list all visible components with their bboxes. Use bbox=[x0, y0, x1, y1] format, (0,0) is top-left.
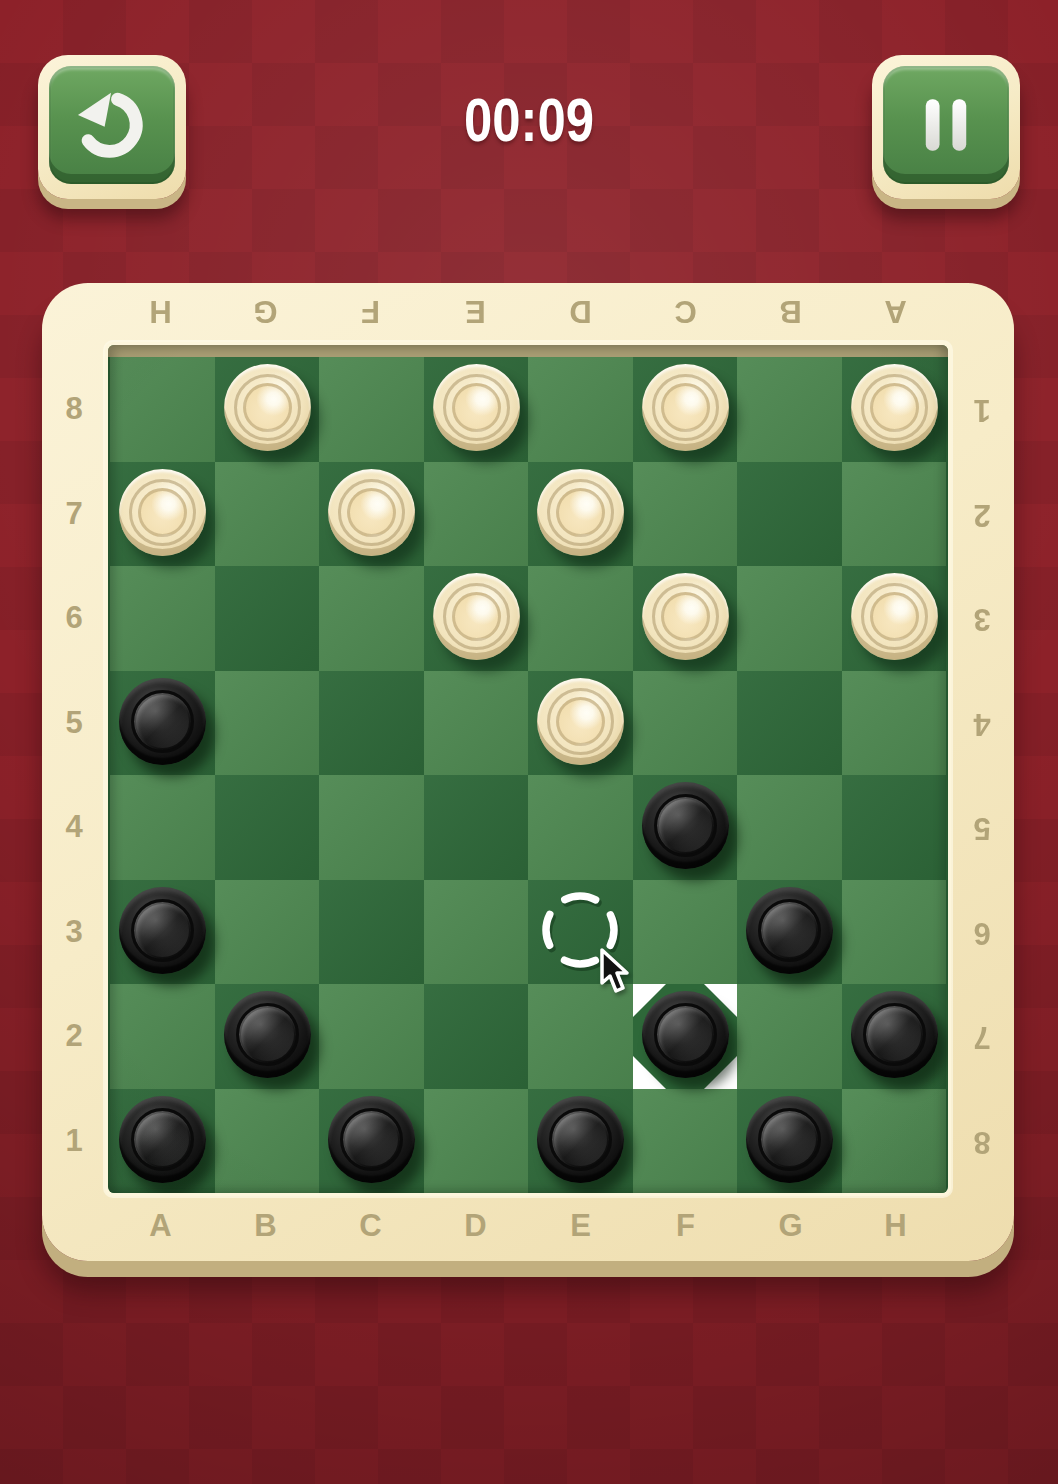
white-checker-H6[interactable] bbox=[851, 573, 938, 660]
file-label-bottom-H: H bbox=[843, 1195, 948, 1257]
square-G2[interactable] bbox=[737, 984, 842, 1089]
square-D2[interactable] bbox=[424, 984, 529, 1089]
white-checker-C7[interactable] bbox=[328, 469, 415, 556]
square-C4[interactable] bbox=[319, 775, 424, 880]
square-E8[interactable] bbox=[528, 357, 633, 462]
square-D4[interactable] bbox=[424, 775, 529, 880]
file-label-bottom-G: G bbox=[738, 1195, 843, 1257]
pause-icon bbox=[900, 79, 992, 171]
square-D5[interactable] bbox=[424, 671, 529, 776]
white-checker-A7[interactable] bbox=[119, 469, 206, 556]
square-G6[interactable] bbox=[737, 566, 842, 671]
square-A4[interactable] bbox=[110, 775, 215, 880]
game-timer: 00:09 bbox=[95, 84, 963, 155]
white-checker-E5[interactable] bbox=[537, 678, 624, 765]
square-F4[interactable] bbox=[633, 775, 738, 880]
board-top-shadow bbox=[108, 345, 948, 357]
rank-label-left-1: 1 bbox=[42, 1089, 106, 1194]
file-label-top-G: G bbox=[213, 289, 318, 333]
square-B3[interactable] bbox=[215, 880, 320, 985]
square-B4[interactable] bbox=[215, 775, 320, 880]
square-E5[interactable] bbox=[528, 671, 633, 776]
square-H1[interactable] bbox=[842, 1089, 947, 1194]
black-checker-F4[interactable] bbox=[642, 782, 729, 869]
square-H8[interactable] bbox=[842, 357, 947, 462]
rank-label-right-2: 2 bbox=[950, 462, 1014, 567]
file-label-top-A: A bbox=[843, 289, 948, 333]
square-H4[interactable] bbox=[842, 775, 947, 880]
square-F5[interactable] bbox=[633, 671, 738, 776]
square-B1[interactable] bbox=[215, 1089, 320, 1194]
rank-label-left-7: 7 bbox=[42, 462, 106, 567]
pause-button[interactable] bbox=[872, 55, 1020, 199]
file-label-top-E: E bbox=[423, 289, 528, 333]
square-F7[interactable] bbox=[633, 462, 738, 567]
square-D8[interactable] bbox=[424, 357, 529, 462]
square-G7[interactable] bbox=[737, 462, 842, 567]
white-checker-E7[interactable] bbox=[537, 469, 624, 556]
square-E6[interactable] bbox=[528, 566, 633, 671]
square-C2[interactable] bbox=[319, 984, 424, 1089]
file-label-top-C: C bbox=[633, 289, 738, 333]
file-label-top-H: H bbox=[108, 289, 213, 333]
file-label-bottom-E: E bbox=[528, 1195, 633, 1257]
rank-label-right-7: 7 bbox=[950, 984, 1014, 1089]
white-checker-B8[interactable] bbox=[224, 364, 311, 451]
square-G3[interactable] bbox=[737, 880, 842, 985]
file-label-bottom-D: D bbox=[423, 1195, 528, 1257]
file-label-bottom-B: B bbox=[213, 1195, 318, 1257]
square-G5[interactable] bbox=[737, 671, 842, 776]
square-H5[interactable] bbox=[842, 671, 947, 776]
black-checker-C1[interactable] bbox=[328, 1096, 415, 1183]
rank-label-left-3: 3 bbox=[42, 880, 106, 985]
black-checker-E1[interactable] bbox=[537, 1096, 624, 1183]
file-label-top-F: F bbox=[318, 289, 423, 333]
file-labels-bottom: ABCDEFGH bbox=[108, 1195, 948, 1257]
file-label-bottom-C: C bbox=[318, 1195, 423, 1257]
white-checker-D6[interactable] bbox=[433, 573, 520, 660]
square-A5[interactable] bbox=[110, 671, 215, 776]
square-D6[interactable] bbox=[424, 566, 529, 671]
move-hint-circle[interactable] bbox=[535, 885, 625, 979]
square-H6[interactable] bbox=[842, 566, 947, 671]
file-label-bottom-F: F bbox=[633, 1195, 738, 1257]
square-G1[interactable] bbox=[737, 1089, 842, 1194]
square-B5[interactable] bbox=[215, 671, 320, 776]
rank-labels-right: 12345678 bbox=[950, 357, 1014, 1193]
square-A7[interactable] bbox=[110, 462, 215, 567]
square-B6[interactable] bbox=[215, 566, 320, 671]
black-checker-G1[interactable] bbox=[746, 1096, 833, 1183]
square-A2[interactable] bbox=[110, 984, 215, 1089]
square-F8[interactable] bbox=[633, 357, 738, 462]
square-A3[interactable] bbox=[110, 880, 215, 985]
square-A6[interactable] bbox=[110, 566, 215, 671]
square-C5[interactable] bbox=[319, 671, 424, 776]
square-D1[interactable] bbox=[424, 1089, 529, 1194]
square-C6[interactable] bbox=[319, 566, 424, 671]
square-C7[interactable] bbox=[319, 462, 424, 567]
rank-label-right-4: 4 bbox=[950, 671, 1014, 776]
checkers-board bbox=[108, 345, 948, 1193]
square-H7[interactable] bbox=[842, 462, 947, 567]
square-F1[interactable] bbox=[633, 1089, 738, 1194]
rank-label-right-6: 6 bbox=[950, 880, 1014, 985]
square-E3[interactable] bbox=[528, 880, 633, 985]
square-G8[interactable] bbox=[737, 357, 842, 462]
black-checker-H2[interactable] bbox=[851, 991, 938, 1078]
square-C3[interactable] bbox=[319, 880, 424, 985]
square-E7[interactable] bbox=[528, 462, 633, 567]
square-A1[interactable] bbox=[110, 1089, 215, 1194]
black-checker-A5[interactable] bbox=[119, 678, 206, 765]
square-F3[interactable] bbox=[633, 880, 738, 985]
board-grid bbox=[110, 357, 946, 1193]
square-H3[interactable] bbox=[842, 880, 947, 985]
file-label-bottom-A: A bbox=[108, 1195, 213, 1257]
rank-label-left-4: 4 bbox=[42, 775, 106, 880]
black-checker-F2[interactable] bbox=[642, 991, 729, 1078]
white-checker-D8[interactable] bbox=[433, 364, 520, 451]
rank-label-left-5: 5 bbox=[42, 671, 106, 776]
white-checker-F8[interactable] bbox=[642, 364, 729, 451]
black-checker-G3[interactable] bbox=[746, 887, 833, 974]
square-C8[interactable] bbox=[319, 357, 424, 462]
rank-label-right-5: 5 bbox=[950, 775, 1014, 880]
file-labels-top: HGFEDCBA bbox=[108, 289, 948, 333]
square-H2[interactable] bbox=[842, 984, 947, 1089]
rank-label-right-1: 1 bbox=[950, 357, 1014, 462]
black-checker-B2[interactable] bbox=[224, 991, 311, 1078]
white-checker-F6[interactable] bbox=[642, 573, 729, 660]
square-F2[interactable] bbox=[633, 984, 738, 1089]
file-label-top-B: B bbox=[738, 289, 843, 333]
rank-label-left-8: 8 bbox=[42, 357, 106, 462]
black-checker-A3[interactable] bbox=[119, 887, 206, 974]
square-C1[interactable] bbox=[319, 1089, 424, 1194]
black-checker-A1[interactable] bbox=[119, 1096, 206, 1183]
square-E4[interactable] bbox=[528, 775, 633, 880]
rank-labels-left: 87654321 bbox=[42, 357, 106, 1193]
pause-button-face bbox=[883, 66, 1009, 184]
rank-label-right-8: 8 bbox=[950, 1089, 1014, 1194]
square-E2[interactable] bbox=[528, 984, 633, 1089]
rank-label-left-2: 2 bbox=[42, 984, 106, 1089]
square-F6[interactable] bbox=[633, 566, 738, 671]
square-B8[interactable] bbox=[215, 357, 320, 462]
file-label-top-D: D bbox=[528, 289, 633, 333]
square-B2[interactable] bbox=[215, 984, 320, 1089]
game-screen: 00:09 HGFEDCBA ABCDEFGH 87654321 1234567… bbox=[0, 0, 1058, 1484]
square-G4[interactable] bbox=[737, 775, 842, 880]
square-B7[interactable] bbox=[215, 462, 320, 567]
rank-label-left-6: 6 bbox=[42, 566, 106, 671]
square-A8[interactable] bbox=[110, 357, 215, 462]
rank-label-right-3: 3 bbox=[950, 566, 1014, 671]
white-checker-H8[interactable] bbox=[851, 364, 938, 451]
square-D7[interactable] bbox=[424, 462, 529, 567]
board-frame: HGFEDCBA ABCDEFGH 87654321 12345678 bbox=[42, 283, 1014, 1261]
square-E1[interactable] bbox=[528, 1089, 633, 1194]
square-D3[interactable] bbox=[424, 880, 529, 985]
